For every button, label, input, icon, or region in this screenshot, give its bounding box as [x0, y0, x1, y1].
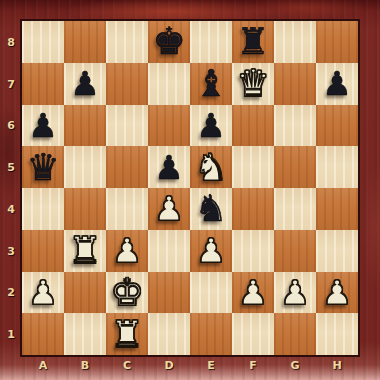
rank-label-5: 5 — [0, 161, 22, 174]
square-h7[interactable]: ♟ — [316, 63, 358, 105]
rank-label-7: 7 — [0, 77, 22, 90]
square-b4[interactable] — [64, 188, 106, 230]
square-d5[interactable]: ♟ — [148, 146, 190, 188]
square-d8[interactable]: ♚ — [148, 21, 190, 63]
square-a1[interactable] — [22, 313, 64, 355]
piece-white-pawn[interactable]: ♟ — [280, 276, 310, 309]
square-c5[interactable] — [106, 146, 148, 188]
square-a6[interactable]: ♟ — [22, 105, 64, 147]
square-f1[interactable] — [232, 313, 274, 355]
square-h2[interactable]: ♟ — [316, 272, 358, 314]
square-b5[interactable] — [64, 146, 106, 188]
square-h3[interactable] — [316, 230, 358, 272]
file-label-d: D — [157, 359, 181, 372]
square-g3[interactable] — [274, 230, 316, 272]
chess-board-frame: ♚♜♟♝♛♟♟♟♛♟♞♟♞♜♟♟♟♚♟♟♟♜ 87654321 ABCDEFGH — [0, 0, 380, 380]
square-e2[interactable] — [190, 272, 232, 314]
piece-black-queen[interactable]: ♛ — [26, 149, 59, 186]
square-f7[interactable]: ♛ — [232, 63, 274, 105]
file-label-h: H — [325, 359, 349, 372]
square-f3[interactable] — [232, 230, 274, 272]
file-label-g: G — [283, 359, 307, 372]
square-b7[interactable]: ♟ — [64, 63, 106, 105]
rank-label-3: 3 — [0, 244, 22, 257]
square-d4[interactable]: ♟ — [148, 188, 190, 230]
piece-black-rook[interactable]: ♜ — [236, 23, 269, 60]
square-e6[interactable]: ♟ — [190, 105, 232, 147]
square-g4[interactable] — [274, 188, 316, 230]
file-label-e: E — [199, 359, 223, 372]
square-a4[interactable] — [22, 188, 64, 230]
square-h5[interactable] — [316, 146, 358, 188]
square-c3[interactable]: ♟ — [106, 230, 148, 272]
square-h4[interactable] — [316, 188, 358, 230]
square-d7[interactable] — [148, 63, 190, 105]
piece-white-pawn[interactable]: ♟ — [154, 192, 184, 225]
square-e8[interactable] — [190, 21, 232, 63]
piece-white-pawn[interactable]: ♟ — [196, 234, 226, 267]
file-coordinates: ABCDEFGH — [22, 355, 358, 380]
piece-white-pawn[interactable]: ♟ — [112, 234, 142, 267]
square-e7[interactable]: ♝ — [190, 63, 232, 105]
piece-black-bishop[interactable]: ♝ — [194, 65, 227, 102]
piece-black-pawn[interactable]: ♟ — [322, 67, 352, 100]
square-b6[interactable] — [64, 105, 106, 147]
chess-board: ♚♜♟♝♛♟♟♟♛♟♞♟♞♜♟♟♟♚♟♟♟♜ — [22, 21, 358, 355]
square-f4[interactable] — [232, 188, 274, 230]
square-f2[interactable]: ♟ — [232, 272, 274, 314]
file-label-f: F — [241, 359, 265, 372]
square-h8[interactable] — [316, 21, 358, 63]
square-g5[interactable] — [274, 146, 316, 188]
square-c1[interactable]: ♜ — [106, 313, 148, 355]
rank-label-6: 6 — [0, 119, 22, 132]
square-e1[interactable] — [190, 313, 232, 355]
square-c6[interactable] — [106, 105, 148, 147]
rank-label-4: 4 — [0, 202, 22, 215]
rank-label-1: 1 — [0, 328, 22, 341]
piece-white-king[interactable]: ♚ — [110, 274, 143, 311]
square-f8[interactable]: ♜ — [232, 21, 274, 63]
square-b1[interactable] — [64, 313, 106, 355]
square-h6[interactable] — [316, 105, 358, 147]
square-c8[interactable] — [106, 21, 148, 63]
rank-coordinates: 87654321 — [0, 21, 22, 355]
piece-white-pawn[interactable]: ♟ — [322, 276, 352, 309]
piece-white-knight[interactable]: ♞ — [194, 149, 227, 186]
piece-black-pawn[interactable]: ♟ — [70, 67, 100, 100]
piece-black-pawn[interactable]: ♟ — [196, 109, 226, 142]
square-d3[interactable] — [148, 230, 190, 272]
piece-black-pawn[interactable]: ♟ — [154, 151, 184, 184]
square-g8[interactable] — [274, 21, 316, 63]
file-label-c: C — [115, 359, 139, 372]
square-b8[interactable] — [64, 21, 106, 63]
square-d6[interactable] — [148, 105, 190, 147]
square-f6[interactable] — [232, 105, 274, 147]
file-label-b: B — [73, 359, 97, 372]
square-a3[interactable] — [22, 230, 64, 272]
square-a2[interactable]: ♟ — [22, 272, 64, 314]
square-a7[interactable] — [22, 63, 64, 105]
square-g1[interactable] — [274, 313, 316, 355]
piece-black-pawn[interactable]: ♟ — [28, 109, 58, 142]
piece-white-queen[interactable]: ♛ — [236, 65, 269, 102]
piece-black-king[interactable]: ♚ — [152, 23, 185, 60]
piece-white-rook[interactable]: ♜ — [110, 316, 143, 353]
square-h1[interactable] — [316, 313, 358, 355]
square-f5[interactable] — [232, 146, 274, 188]
square-e5[interactable]: ♞ — [190, 146, 232, 188]
square-g6[interactable] — [274, 105, 316, 147]
file-label-a: A — [31, 359, 55, 372]
square-a5[interactable]: ♛ — [22, 146, 64, 188]
piece-white-pawn[interactable]: ♟ — [28, 276, 58, 309]
piece-black-knight[interactable]: ♞ — [194, 190, 227, 227]
square-d2[interactable] — [148, 272, 190, 314]
square-b3[interactable]: ♜ — [64, 230, 106, 272]
square-e3[interactable]: ♟ — [190, 230, 232, 272]
rank-label-8: 8 — [0, 35, 22, 48]
piece-white-pawn[interactable]: ♟ — [238, 276, 268, 309]
piece-white-rook[interactable]: ♜ — [68, 232, 101, 269]
square-b2[interactable] — [64, 272, 106, 314]
rank-label-2: 2 — [0, 286, 22, 299]
square-c2[interactable]: ♚ — [106, 272, 148, 314]
square-c4[interactable] — [106, 188, 148, 230]
square-g2[interactable]: ♟ — [274, 272, 316, 314]
square-c7[interactable] — [106, 63, 148, 105]
square-e4[interactable]: ♞ — [190, 188, 232, 230]
square-a8[interactable] — [22, 21, 64, 63]
square-g7[interactable] — [274, 63, 316, 105]
square-d1[interactable] — [148, 313, 190, 355]
